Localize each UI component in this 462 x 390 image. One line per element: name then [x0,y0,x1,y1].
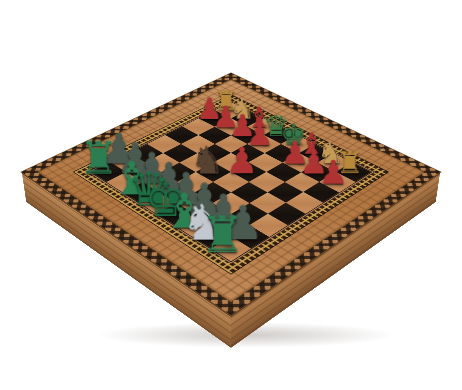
piece-black-pawn-h7[interactable]: ♟ [318,156,347,189]
piece-white-rook-h1[interactable]: ♜ [200,210,245,260]
product-photo-stage: ♜♞♝♛♚♝♞♜♟♟♟♟♟♟♟♟♞♟♟♟♟♟♟♟♟♜♝♛♚♝♞♜ [0,0,462,390]
piece-black-pawn-e5[interactable]: ♟ [226,143,259,179]
board-sawtooth-rim: ♜♞♝♛♚♝♞♜♟♟♟♟♟♟♟♟♞♟♟♟♟♟♟♟♟♜♝♛♚♝♞♜ [22,73,441,315]
square-h1[interactable]: ♜ [211,237,250,262]
chess-board-3d: ♜♞♝♛♚♝♞♜♟♟♟♟♟♟♟♟♞♟♟♟♟♟♟♟♟♜♝♛♚♝♞♜ [22,73,441,315]
